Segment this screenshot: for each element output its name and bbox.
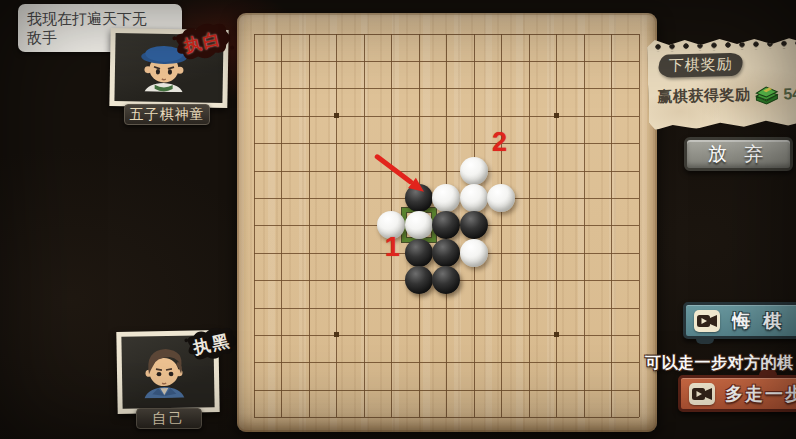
extra-move-button-label: 多走一步 xyxy=(725,382,796,406)
star-point xyxy=(554,113,559,118)
grid-line-v xyxy=(611,34,612,418)
grid-line-h xyxy=(254,308,639,309)
player-stamp-label: 执黑 xyxy=(181,321,243,368)
black-stone xyxy=(432,211,460,239)
white-stone xyxy=(405,211,433,239)
reward-title-badge: 下棋奖励 xyxy=(658,53,743,78)
black-stone xyxy=(460,211,488,239)
reward-amount: 54 xyxy=(783,85,796,103)
grid-line-h xyxy=(254,390,639,391)
grid-line-v xyxy=(584,34,585,418)
black-stone xyxy=(432,266,460,294)
undo-button[interactable]: 悔 棋 xyxy=(683,302,796,339)
grid-line-v xyxy=(556,34,557,418)
extra-move-button[interactable]: 多走一步 xyxy=(678,375,796,412)
grid-line-h xyxy=(254,417,639,418)
forfeit-button[interactable]: 放 弃 xyxy=(684,137,793,171)
grid-line-v xyxy=(639,34,640,418)
opponent-name-plate: 五子棋神童 xyxy=(124,104,210,125)
white-stone xyxy=(432,184,460,212)
grid-line-v xyxy=(529,34,530,418)
money-stack-icon xyxy=(754,84,780,106)
black-stone xyxy=(405,184,433,212)
grid-line-v xyxy=(501,34,502,418)
star-point xyxy=(554,332,559,337)
game-screen: 我现在打遍天下无 敌手 xyxy=(0,0,796,439)
board[interactable]: 12 xyxy=(237,13,657,432)
player-side-stamp: 执黑 xyxy=(181,321,243,368)
undo-button-label: 悔 棋 xyxy=(732,309,785,333)
video-ad-icon xyxy=(689,383,715,405)
black-stone xyxy=(405,266,433,294)
video-camera-icon xyxy=(696,313,718,329)
reward-note: 下棋奖励 赢棋获得奖励 54 xyxy=(647,36,796,130)
video-ad-icon xyxy=(694,310,720,332)
star-point xyxy=(334,332,339,337)
white-stone xyxy=(487,184,515,212)
video-camera-icon xyxy=(691,386,713,402)
white-stone xyxy=(460,184,488,212)
white-stone xyxy=(460,157,488,185)
grid-line-h xyxy=(254,362,639,363)
grid-line-h xyxy=(254,335,639,336)
player-name-plate: 自己 xyxy=(136,408,202,429)
speech-line-1: 我现在打遍天下无 xyxy=(27,9,173,28)
star-point xyxy=(334,113,339,118)
stitch-dots-icon xyxy=(655,40,796,52)
black-stone xyxy=(405,239,433,267)
reward-desc: 赢棋获得奖励 xyxy=(657,85,750,106)
white-stone xyxy=(460,239,488,267)
annotation-number: 2 xyxy=(492,126,507,157)
black-stone xyxy=(432,239,460,267)
